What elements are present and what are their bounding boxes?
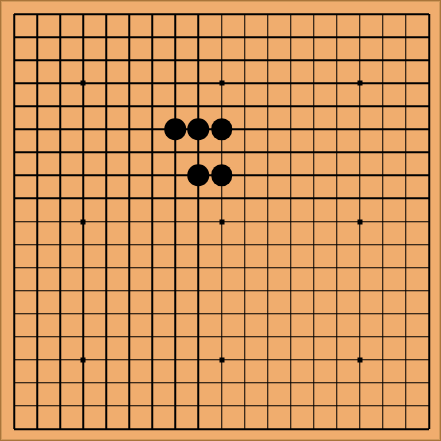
board-grid[interactable] [14, 14, 429, 429]
star-point [81, 357, 86, 362]
black-stone[interactable] [188, 165, 210, 187]
grid-line-vertical [382, 14, 384, 429]
grid-line-horizontal [14, 336, 429, 338]
grid-line-horizontal [14, 405, 429, 407]
grid-line-vertical [290, 14, 292, 429]
grid-line-vertical [428, 14, 430, 429]
star-point [357, 81, 362, 86]
star-point [357, 219, 362, 224]
grid-line-horizontal [14, 382, 429, 384]
go-board[interactable] [0, 0, 441, 441]
grid-line-horizontal [14, 267, 429, 269]
star-point [219, 81, 224, 86]
grid-line-vertical [267, 14, 269, 429]
grid-line-vertical [336, 14, 338, 429]
star-point [357, 357, 362, 362]
star-point [81, 81, 86, 86]
grid-line-horizontal [14, 244, 429, 246]
grid-line-vertical [313, 14, 315, 429]
grid-line-vertical [405, 14, 407, 429]
star-point [81, 219, 86, 224]
star-point [219, 357, 224, 362]
black-stone[interactable] [165, 119, 187, 141]
black-stone[interactable] [211, 165, 233, 187]
grid-line-vertical [244, 14, 246, 429]
grid-line-horizontal [14, 428, 429, 430]
black-stone[interactable] [188, 119, 210, 141]
grid-line-horizontal [14, 313, 429, 315]
grid-line-horizontal [14, 290, 429, 292]
black-stone[interactable] [211, 119, 233, 141]
star-point [219, 219, 224, 224]
